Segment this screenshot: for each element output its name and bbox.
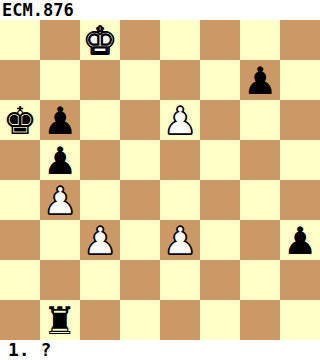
square-h5[interactable] <box>280 140 320 180</box>
piece-black-rook-icon[interactable]: ♜ <box>40 300 80 340</box>
square-d2[interactable] <box>120 260 160 300</box>
square-b5[interactable]: ♟ <box>40 140 80 180</box>
square-f8[interactable] <box>200 20 240 60</box>
square-h1[interactable] <box>280 300 320 340</box>
square-c4[interactable] <box>80 180 120 220</box>
square-c8[interactable]: ♚ <box>80 20 120 60</box>
square-b8[interactable] <box>40 20 80 60</box>
square-g3[interactable] <box>240 220 280 260</box>
square-h8[interactable] <box>280 20 320 60</box>
piece-black-pawn-icon[interactable]: ♟ <box>40 140 80 180</box>
square-e7[interactable] <box>160 60 200 100</box>
square-a6[interactable]: ♚ <box>0 100 40 140</box>
square-d6[interactable] <box>120 100 160 140</box>
square-e2[interactable] <box>160 260 200 300</box>
square-c1[interactable] <box>80 300 120 340</box>
square-e3[interactable]: ♟ <box>160 220 200 260</box>
piece-black-pawn-icon[interactable]: ♟ <box>240 60 280 100</box>
piece-white-pawn-icon[interactable]: ♟ <box>160 100 200 140</box>
move-prompt: 1. ? <box>0 340 320 360</box>
square-b6[interactable]: ♟ <box>40 100 80 140</box>
square-b1[interactable]: ♜ <box>40 300 80 340</box>
square-c3[interactable]: ♟ <box>80 220 120 260</box>
square-a5[interactable] <box>0 140 40 180</box>
piece-white-pawn-icon[interactable]: ♟ <box>40 180 80 220</box>
piece-black-pawn-icon[interactable]: ♟ <box>40 100 80 140</box>
square-e4[interactable] <box>160 180 200 220</box>
square-f2[interactable] <box>200 260 240 300</box>
square-c5[interactable] <box>80 140 120 180</box>
square-b2[interactable] <box>40 260 80 300</box>
piece-black-king-icon[interactable]: ♚ <box>0 100 40 140</box>
square-f4[interactable] <box>200 180 240 220</box>
square-g4[interactable] <box>240 180 280 220</box>
piece-white-king-icon[interactable]: ♚ <box>80 20 120 60</box>
square-a7[interactable] <box>0 60 40 100</box>
square-h3[interactable]: ♟ <box>280 220 320 260</box>
square-a3[interactable] <box>0 220 40 260</box>
square-f1[interactable] <box>200 300 240 340</box>
square-h4[interactable] <box>280 180 320 220</box>
square-b7[interactable] <box>40 60 80 100</box>
square-d3[interactable] <box>120 220 160 260</box>
square-c7[interactable] <box>80 60 120 100</box>
square-e1[interactable] <box>160 300 200 340</box>
square-d7[interactable] <box>120 60 160 100</box>
square-f5[interactable] <box>200 140 240 180</box>
square-f6[interactable] <box>200 100 240 140</box>
square-b4[interactable]: ♟ <box>40 180 80 220</box>
piece-white-pawn-icon[interactable]: ♟ <box>80 220 120 260</box>
square-a2[interactable] <box>0 260 40 300</box>
square-h7[interactable] <box>280 60 320 100</box>
square-g7[interactable]: ♟ <box>240 60 280 100</box>
square-f7[interactable] <box>200 60 240 100</box>
square-e6[interactable]: ♟ <box>160 100 200 140</box>
chess-puzzle-screen: ECM.876 ♚♟♚♟♟♟♟♟♟♟♜ 1. ? <box>0 0 320 360</box>
square-d1[interactable] <box>120 300 160 340</box>
square-d5[interactable] <box>120 140 160 180</box>
square-e5[interactable] <box>160 140 200 180</box>
square-e8[interactable] <box>160 20 200 60</box>
square-a4[interactable] <box>0 180 40 220</box>
piece-white-pawn-icon[interactable]: ♟ <box>160 220 200 260</box>
square-d8[interactable] <box>120 20 160 60</box>
square-c6[interactable] <box>80 100 120 140</box>
square-b3[interactable] <box>40 220 80 260</box>
puzzle-title: ECM.876 <box>0 0 320 20</box>
square-g8[interactable] <box>240 20 280 60</box>
square-g2[interactable] <box>240 260 280 300</box>
square-a8[interactable] <box>0 20 40 60</box>
square-g6[interactable] <box>240 100 280 140</box>
square-c2[interactable] <box>80 260 120 300</box>
square-f3[interactable] <box>200 220 240 260</box>
square-h6[interactable] <box>280 100 320 140</box>
square-g5[interactable] <box>240 140 280 180</box>
square-h2[interactable] <box>280 260 320 300</box>
square-g1[interactable] <box>240 300 280 340</box>
piece-black-pawn-icon[interactable]: ♟ <box>280 220 320 260</box>
square-d4[interactable] <box>120 180 160 220</box>
chess-board[interactable]: ♚♟♚♟♟♟♟♟♟♟♜ <box>0 20 320 340</box>
square-a1[interactable] <box>0 300 40 340</box>
